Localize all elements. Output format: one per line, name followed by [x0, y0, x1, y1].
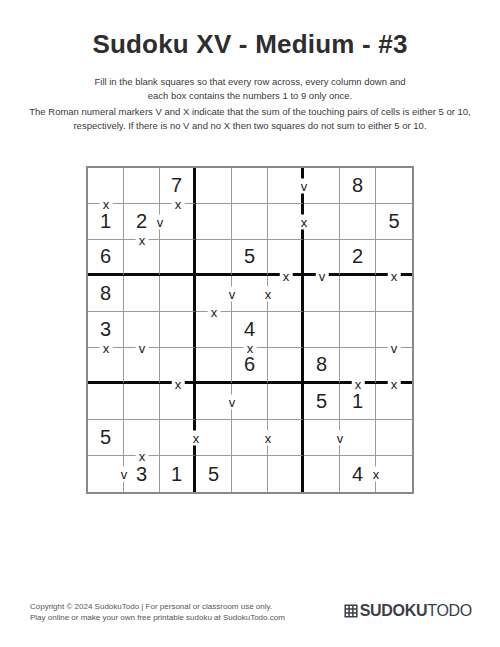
footer-copyright-line2: Play online or make your own free printa… [30, 613, 285, 624]
cell-r9c3: 1 [160, 456, 196, 492]
cell-r2c4[interactable] [196, 204, 232, 240]
cell-r2c5[interactable] [232, 204, 268, 240]
cell-r4c3[interactable] [160, 276, 196, 312]
xv-marker-h-r5c5: x [244, 341, 257, 356]
cell-r4c1: 8 [88, 276, 124, 312]
cell-r1c2[interactable] [124, 168, 160, 204]
xv-marker-h-r5c1: x [100, 341, 113, 356]
cell-r5c6[interactable] [268, 312, 304, 348]
sudokutodo-logo: SUDOKU TODO [344, 602, 472, 620]
xv-marker-h-r1c1: x [100, 197, 113, 212]
page-title: Sudoku XV - Medium - #3 [0, 29, 500, 60]
cell-r3c4[interactable] [196, 240, 232, 276]
xv-marker-h-r5c9: v [388, 341, 401, 356]
cell-r3c8: 2 [340, 240, 376, 276]
cell-r4c2[interactable] [124, 276, 160, 312]
xv-marker-v-r4c5: x [262, 287, 275, 302]
cell-r7c2[interactable] [124, 384, 160, 420]
sudoku-board: 78125652834685153154xxxxvxxxvxvxxxxvvxvx… [86, 166, 414, 494]
logo-text-sudoku: SUDOKU [360, 602, 428, 620]
cell-r6c4[interactable] [196, 348, 232, 384]
footer-copyright-line1: Copyright © 2024 SudokuTodo | For person… [30, 602, 285, 613]
instructions-fill-line1: Fill in the blank squares so that every … [0, 75, 500, 89]
xv-marker-h-r6c8: x [352, 377, 365, 392]
xv-marker-h-r8c2: x [136, 449, 149, 464]
instructions-fill: Fill in the blank squares so that every … [0, 75, 500, 103]
cell-r5c8[interactable] [340, 312, 376, 348]
cell-r6c7: 8 [304, 348, 340, 384]
xv-marker-h-r6c3: x [172, 377, 185, 392]
cell-r1c5[interactable] [232, 168, 268, 204]
cell-r1c8: 8 [340, 168, 376, 204]
xv-marker-v-r2c6: x [298, 215, 311, 230]
xv-marker-v-r4c4: v [226, 287, 239, 302]
instructions-xv-line2: respectively. If there is no V and no X … [0, 119, 500, 133]
cell-r8c1: 5 [88, 420, 124, 456]
cell-r3c5: 5 [232, 240, 268, 276]
xv-marker-v-r1c6: v [298, 179, 311, 194]
page: Sudoku XV - Medium - #3 Fill in the blan… [0, 0, 500, 647]
cell-r9c7[interactable] [304, 456, 340, 492]
xv-marker-v-r9c1: v [118, 467, 131, 482]
xv-marker-h-r5c2: v [136, 341, 149, 356]
xv-marker-v-r9c8: x [370, 467, 383, 482]
xv-marker-v-r8c7: v [334, 431, 347, 446]
xv-marker-h-r3c6: x [280, 269, 293, 284]
xv-marker-h-r4c4: x [208, 305, 221, 320]
instructions-fill-line2: each box contains the numbers 1 to 9 onl… [0, 89, 500, 103]
cell-r1c4[interactable] [196, 168, 232, 204]
xv-marker-v-r8c3: x [190, 431, 203, 446]
cell-r4c8[interactable] [340, 276, 376, 312]
xv-marker-h-r3c7: v [316, 269, 329, 284]
cell-r5c3[interactable] [160, 312, 196, 348]
cell-r9c5[interactable] [232, 456, 268, 492]
sudoku-grid-icon [344, 604, 358, 618]
instructions-xv: The Roman numeral markers V and X indica… [0, 105, 500, 133]
xv-marker-h-r1c3: x [172, 197, 185, 212]
cell-r1c9[interactable] [376, 168, 412, 204]
cell-r2c8[interactable] [340, 204, 376, 240]
xv-marker-h-r3c9: x [388, 269, 401, 284]
logo-text-todo: TODO [427, 602, 472, 620]
cell-r9c6[interactable] [268, 456, 304, 492]
xv-marker-v-r2c2: v [154, 215, 167, 230]
xv-marker-h-r2c2: x [136, 233, 149, 248]
cell-r6c6[interactable] [268, 348, 304, 384]
cell-r2c9: 5 [376, 204, 412, 240]
cell-r8c9[interactable] [376, 420, 412, 456]
cell-r7c1[interactable] [88, 384, 124, 420]
footer-copyright: Copyright © 2024 SudokuTodo | For person… [30, 602, 285, 623]
cell-r9c4: 5 [196, 456, 232, 492]
cell-r3c3[interactable] [160, 240, 196, 276]
xv-marker-h-r6c9: x [388, 377, 401, 392]
cell-r7c7: 5 [304, 384, 340, 420]
cell-r7c6[interactable] [268, 384, 304, 420]
instructions-xv-line1: The Roman numeral markers V and X indica… [0, 105, 500, 119]
cell-r3c1: 6 [88, 240, 124, 276]
cell-r5c7[interactable] [304, 312, 340, 348]
xv-marker-v-r8c5: x [262, 431, 275, 446]
xv-marker-v-r7c4: v [226, 395, 239, 410]
